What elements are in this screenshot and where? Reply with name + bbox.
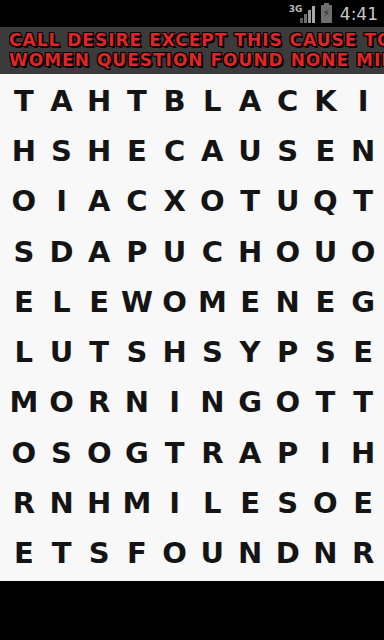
clock-text: 4:41 [338,4,378,24]
grid-cell[interactable]: P [269,327,307,377]
grid-cell[interactable]: D [269,529,307,579]
grid-cell[interactable]: N [43,478,81,528]
grid-cell[interactable]: C [118,177,156,227]
grid-cell[interactable]: S [118,327,156,377]
grid-cell[interactable]: T [80,327,118,377]
grid-cell[interactable]: A [80,177,118,227]
grid-cell[interactable]: E [344,327,382,377]
grid-cell[interactable]: S [269,126,307,176]
status-bar: 3G ⚡ 4:41 [0,0,384,27]
grid-cell[interactable]: C [269,76,307,126]
grid-cell[interactable]: E [5,529,43,579]
grid-cell[interactable]: A [231,76,269,126]
grid-cell[interactable]: S [307,327,345,377]
grid-cell[interactable]: U [43,327,81,377]
grid-cell[interactable]: I [156,478,194,528]
grid-cell[interactable]: Q [307,177,345,227]
grid-cell[interactable]: R [344,529,382,579]
grid-cell[interactable]: H [231,227,269,277]
grid-cell[interactable]: S [43,428,81,478]
grid-cell[interactable]: A [80,227,118,277]
grid-cell[interactable]: A [43,76,81,126]
grid-cell[interactable]: O [269,378,307,428]
grid-cell[interactable]: N [231,529,269,579]
grid-cell[interactable]: P [118,227,156,277]
battery-charging-icon: ⚡ [321,5,332,23]
grid-cell[interactable]: C [156,126,194,176]
grid-cell[interactable]: S [43,126,81,176]
grid-cell[interactable]: O [43,378,81,428]
grid-cell[interactable]: O [269,227,307,277]
grid-cell[interactable]: S [194,327,232,377]
grid-cell[interactable]: A [194,126,232,176]
grid-cell[interactable]: T [344,177,382,227]
grid-cell[interactable]: N [307,529,345,579]
grid-cell[interactable]: O [307,478,345,528]
grid-cell[interactable]: M [5,378,43,428]
grid-cell[interactable]: E [5,277,43,327]
grid-cell[interactable]: O [194,177,232,227]
grid-cell[interactable]: E [307,277,345,327]
word-list: CALL DESIRE EXCEPT THIS CAUSE TOO WOMEN … [0,27,384,74]
grid-cell[interactable]: K [307,76,345,126]
word-list-line2: WOMEN QUESTION FOUND NONE MILES [9,50,384,70]
grid-cell[interactable]: X [156,177,194,227]
grid-cell[interactable]: N [269,277,307,327]
grid-cell[interactable]: G [118,428,156,478]
grid-cell[interactable]: R [80,378,118,428]
grid-cell[interactable]: U [231,126,269,176]
grid-cell[interactable]: N [118,378,156,428]
grid-cell[interactable]: G [231,378,269,428]
bottom-bar [0,581,384,640]
grid-cell[interactable]: T [118,76,156,126]
grid-cell[interactable]: T [5,76,43,126]
grid-cell[interactable]: T [43,529,81,579]
grid-cell[interactable]: U [156,227,194,277]
grid-cell[interactable]: S [269,478,307,528]
grid-cell[interactable]: L [5,327,43,377]
grid-cell[interactable]: H [80,478,118,528]
grid-cell[interactable]: O [156,529,194,579]
grid-cell[interactable]: T [231,177,269,227]
grid-cell[interactable]: O [5,177,43,227]
signal-bars-icon [300,6,315,23]
grid-cell[interactable]: E [307,126,345,176]
grid-cell[interactable]: U [307,227,345,277]
grid-cell[interactable]: O [5,428,43,478]
grid-cell[interactable]: F [118,529,156,579]
grid-cell[interactable]: S [80,529,118,579]
grid-cell[interactable]: U [269,177,307,227]
grid-cell[interactable]: I [307,428,345,478]
grid-cell[interactable]: M [194,277,232,327]
grid-cell[interactable]: E [231,478,269,528]
grid-cell[interactable]: H [80,126,118,176]
grid-cell[interactable]: I [344,76,382,126]
grid-cell[interactable]: I [156,378,194,428]
grid-cell[interactable]: C [194,227,232,277]
grid-cell[interactable]: A [231,428,269,478]
grid-cell[interactable]: W [118,277,156,327]
grid-cell[interactable]: L [43,277,81,327]
grid-cell[interactable]: H [344,428,382,478]
grid-cell[interactable]: R [194,428,232,478]
grid-cell[interactable]: L [194,478,232,528]
word-list-line1: CALL DESIRE EXCEPT THIS CAUSE TOO [9,30,384,50]
grid-cell[interactable]: E [118,126,156,176]
grid-cell[interactable]: U [194,529,232,579]
grid-cell[interactable]: H [5,126,43,176]
grid-cell[interactable]: G [344,277,382,327]
grid-cell[interactable]: T [307,378,345,428]
grid-cell[interactable]: H [80,76,118,126]
grid-cell[interactable]: S [5,227,43,277]
grid-cell[interactable]: D [43,227,81,277]
grid-cell[interactable]: E [80,277,118,327]
grid-cell[interactable]: H [156,327,194,377]
grid-cell[interactable]: M [118,478,156,528]
signal-strength-icon: 3G [289,4,315,24]
grid-cell[interactable]: R [5,478,43,528]
grid-cell[interactable]: N [344,126,382,176]
letter-grid: TAHTBLACKIHSHECAUSENOIACXOTUQTSDAPUCHOUO… [0,74,384,581]
grid-cell[interactable]: I [43,177,81,227]
grid-cell[interactable]: P [269,428,307,478]
grid-cell[interactable]: O [344,227,382,277]
grid-cell[interactable]: T [156,428,194,478]
grid-cell[interactable]: O [80,428,118,478]
grid-cell[interactable]: B [156,76,194,126]
grid-cell[interactable]: Y [231,327,269,377]
grid-cell[interactable]: E [344,478,382,528]
grid-cell[interactable]: N [194,378,232,428]
grid-cell[interactable]: E [231,277,269,327]
grid-cell[interactable]: O [156,277,194,327]
grid-cell[interactable]: T [344,378,382,428]
word-search-screen: 3G ⚡ 4:41 CALL DESIRE EXCEPT THIS CAUSE … [0,0,384,640]
grid-cell[interactable]: L [194,76,232,126]
lightning-bolt-icon: ⚡ [322,8,330,19]
